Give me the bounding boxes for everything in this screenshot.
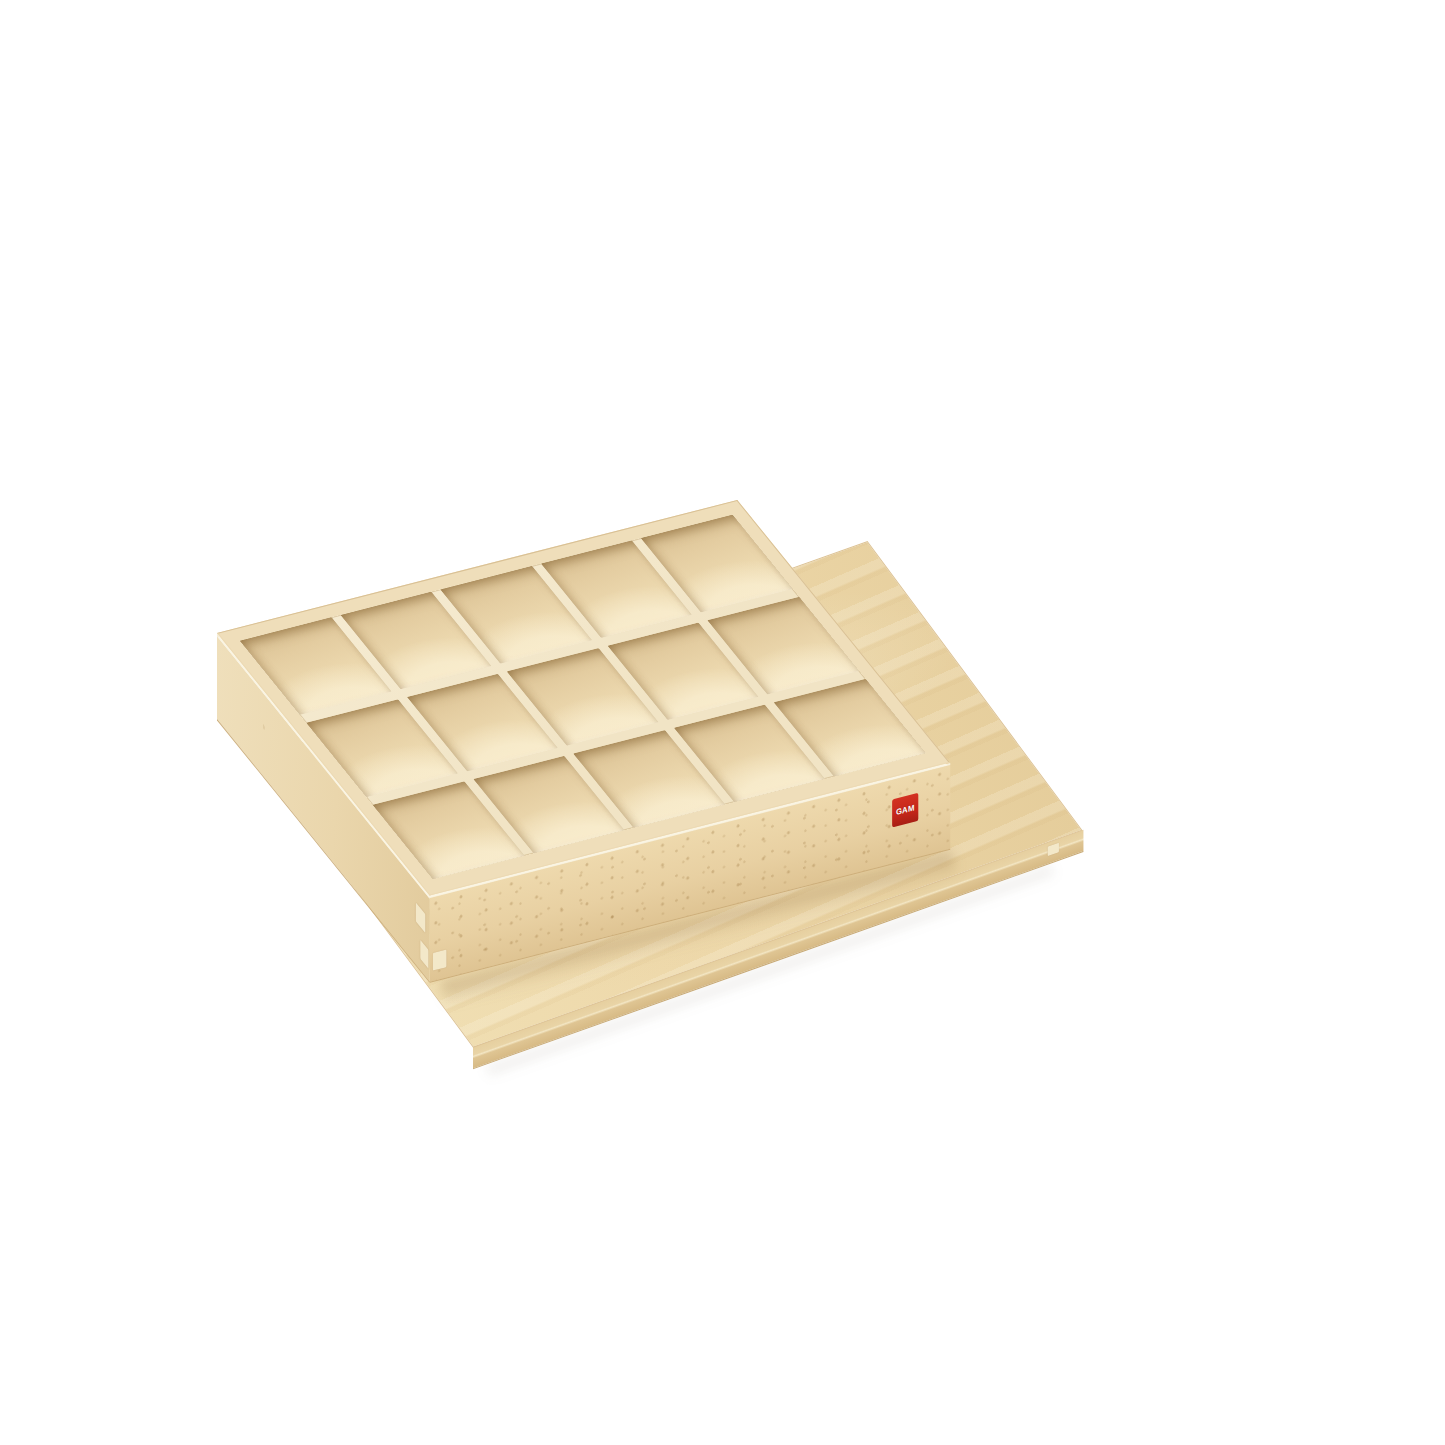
product-photo-scene: GAM xyxy=(0,0,1445,1445)
tray-finger-joint xyxy=(420,940,428,969)
tray-finger-joint xyxy=(416,902,425,933)
lid-finger-joint xyxy=(1048,843,1059,857)
brand-logo-text: GAM xyxy=(896,804,915,817)
tray-finger-joint xyxy=(433,950,447,971)
brand-logo: GAM xyxy=(892,793,918,828)
